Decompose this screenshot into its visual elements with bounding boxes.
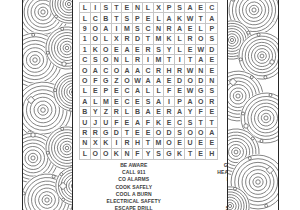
grid-cell-r13c4[interactable]: D xyxy=(112,128,123,138)
grid-cell-r14c9[interactable]: O xyxy=(164,138,175,148)
grid-cell-r1c1[interactable]: L xyxy=(80,3,91,13)
grid-cell-r14c6[interactable]: H xyxy=(133,138,144,148)
grid-cell-r5c1[interactable]: 1 xyxy=(80,45,91,55)
decorative-border-left xyxy=(22,0,73,210)
grid-cell-r2c11[interactable]: W xyxy=(185,13,196,23)
grid-cell-r8c10[interactable]: D xyxy=(175,76,186,86)
grid-cell-r2c9[interactable]: A xyxy=(164,13,175,23)
grid-cell-r6c13[interactable]: E xyxy=(206,55,217,65)
grid-cell-r11c3[interactable]: Z xyxy=(101,107,112,117)
grid-cell-r7c4[interactable]: O xyxy=(112,65,123,75)
grid-cell-r13c5[interactable]: T xyxy=(122,128,133,138)
grid-cell-r10c7[interactable]: S xyxy=(143,97,154,107)
grid-cell-r12c11[interactable]: S xyxy=(185,117,196,127)
word-list-item: COOL A BURN xyxy=(79,190,188,197)
grid-cell-r12c6[interactable]: A xyxy=(133,117,144,127)
grid-cell-r14c2[interactable]: X xyxy=(91,138,102,148)
grid-cell-r6c1[interactable]: C xyxy=(80,55,91,65)
grid-cell-r10c1[interactable]: A xyxy=(80,97,91,107)
grid-cell-r11c11[interactable]: Y xyxy=(185,107,196,117)
grid-cell-r13c6[interactable]: E xyxy=(133,128,144,138)
grid-cell-r13c1[interactable]: R xyxy=(80,128,91,138)
grid-cell-r9c4[interactable]: E xyxy=(112,86,123,96)
word-list-item: ESCAPE DRILL xyxy=(79,205,188,210)
grid-cell-r7c7[interactable]: C xyxy=(143,65,154,75)
word-list-item: CO ALARMS xyxy=(79,176,188,183)
decorative-border-right xyxy=(227,0,279,210)
grid-cell-r1c9[interactable]: P xyxy=(164,3,175,13)
grid-cell-r2c3[interactable]: B xyxy=(101,13,112,23)
grid-cell-r7c12[interactable]: N xyxy=(196,65,207,75)
grid-cell-r8c5[interactable]: O xyxy=(122,76,133,86)
grid-cell-r7c10[interactable]: R xyxy=(175,65,186,75)
grid-cell-r13c10[interactable]: S xyxy=(175,128,186,138)
word-list: BE AWARECALL 911CO ALARMSCOOK SAFELYCOOL… xyxy=(79,162,218,210)
grid-cell-r14c1[interactable]: N xyxy=(80,138,91,148)
grid-cell-r1c3[interactable]: S xyxy=(101,3,112,13)
word-list-item: COOK SAFELY xyxy=(79,183,188,190)
grid-cell-r9c3[interactable]: P xyxy=(101,86,112,96)
word-list-item: BE AWARE xyxy=(79,162,188,169)
grid-cell-r6c8[interactable]: M xyxy=(154,55,165,65)
grid-cell-r10c12[interactable]: O xyxy=(196,97,207,107)
grid-cell-r3c13[interactable]: P xyxy=(206,24,217,34)
grid-cell-r1c7[interactable]: L xyxy=(143,3,154,13)
grid-cell-r14c11[interactable]: U xyxy=(185,138,196,148)
grid-cell-r5c11[interactable]: E xyxy=(185,45,196,55)
grid-cell-r6c3[interactable]: O xyxy=(101,55,112,65)
word-list-column-left: BE AWARECALL 911CO ALARMSCOOK SAFELYCOOL… xyxy=(79,162,188,210)
grid-cell-r10c6[interactable]: E xyxy=(133,97,144,107)
grid-cell-r5c13[interactable]: D xyxy=(206,45,217,55)
grid-cell-r1c5[interactable]: E xyxy=(122,3,133,13)
grid-cell-r11c2[interactable]: Y xyxy=(91,107,102,117)
grid-cell-r14c4[interactable]: I xyxy=(112,138,123,148)
grid-cell-r14c3[interactable]: K xyxy=(101,138,112,148)
grid-cell-r2c6[interactable]: P xyxy=(133,13,144,23)
grid-cell-r4c2[interactable]: O xyxy=(91,34,102,44)
grid-cell-r6c9[interactable]: T xyxy=(164,55,175,65)
grid-cell-r10c9[interactable]: I xyxy=(164,97,175,107)
grid-cell-r14c7[interactable]: T xyxy=(143,138,154,148)
grid-cell-r3c10[interactable]: A xyxy=(175,24,186,34)
grid-cell-r9c7[interactable]: L xyxy=(143,86,154,96)
grid-cell-r6c10[interactable]: I xyxy=(175,55,186,65)
grid-cell-r15c5[interactable]: N xyxy=(122,149,133,159)
grid-cell-r3c1[interactable]: 9 xyxy=(80,24,91,34)
grid-cell-r8c9[interactable]: E xyxy=(164,76,175,86)
grid-cell-r8c4[interactable]: Z xyxy=(112,76,123,86)
grid-cell-r12c13[interactable]: T xyxy=(206,117,217,127)
grid-cell-r11c10[interactable]: A xyxy=(175,107,186,117)
grid-cell-r11c12[interactable]: F xyxy=(196,107,207,117)
grid-cell-r15c4[interactable]: K xyxy=(112,149,123,159)
grid-cell-r7c1[interactable]: O xyxy=(80,65,91,75)
grid-cell-r10c8[interactable]: A xyxy=(154,97,165,107)
grid-cell-r7c6[interactable]: A xyxy=(133,65,144,75)
grid-cell-r4c7[interactable]: T xyxy=(143,34,154,44)
word-list-item: ELECTRICAL SAFETY xyxy=(79,198,188,205)
grid-cell-r11c4[interactable]: R xyxy=(112,107,123,117)
grid-cell-r1c2[interactable]: I xyxy=(91,3,102,13)
word-list-item: CALL 911 xyxy=(79,169,188,176)
grid-cell-r11c8[interactable]: E xyxy=(154,107,165,117)
grid-cell-r8c3[interactable]: G xyxy=(101,76,112,86)
grid-cell-r11c7[interactable]: A xyxy=(143,107,154,117)
grid-cell-r3c7[interactable]: C xyxy=(143,24,154,34)
grid-cell-r5c6[interactable]: E xyxy=(133,45,144,55)
grid-cell-r8c13[interactable]: N xyxy=(206,76,217,86)
grid-cell-r12c7[interactable]: F xyxy=(143,117,154,127)
grid-cell-r15c7[interactable]: Y xyxy=(143,149,154,159)
grid-cell-r12c12[interactable]: T xyxy=(196,117,207,127)
grid-cell-r1c8[interactable]: X xyxy=(154,3,165,13)
grid-cell-r13c11[interactable]: O xyxy=(185,128,196,138)
grid-cell-r9c2[interactable]: E xyxy=(91,86,102,96)
grid-cell-r8c6[interactable]: W xyxy=(133,76,144,86)
grid-cell-r9c6[interactable]: A xyxy=(133,86,144,96)
grid-cell-r10c13[interactable]: R xyxy=(206,97,217,107)
grid-cell-r4c13[interactable]: S xyxy=(206,34,217,44)
grid-cell-r7c9[interactable]: H xyxy=(164,65,175,75)
grid-cell-r15c8[interactable]: S xyxy=(154,149,165,159)
grid-cell-r4c11[interactable]: R xyxy=(185,34,196,44)
mandala-pattern-icon xyxy=(23,0,72,210)
grid-cell-r9c11[interactable]: W xyxy=(185,86,196,96)
grid-cell-r5c8[interactable]: S xyxy=(154,45,165,55)
grid-cell-r12c4[interactable]: F xyxy=(112,117,123,127)
grid-cell-r7c5[interactable]: A xyxy=(122,65,133,75)
grid-cell-r2c2[interactable]: C xyxy=(91,13,102,23)
grid-cell-r8c2[interactable]: F xyxy=(91,76,102,86)
grid-cell-r5c10[interactable]: L xyxy=(175,45,186,55)
grid-cell-r7c8[interactable]: R xyxy=(154,65,165,75)
grid-cell-r2c1[interactable]: L xyxy=(80,13,91,23)
grid-cell-r7c2[interactable]: A xyxy=(91,65,102,75)
grid-cell-r11c1[interactable]: B xyxy=(80,107,91,117)
grid-cell-r5c12[interactable]: W xyxy=(196,45,207,55)
grid-cell-r3c8[interactable]: N xyxy=(154,24,165,34)
grid-cell-r13c8[interactable]: O xyxy=(154,128,165,138)
grid-cell-r11c6[interactable]: B xyxy=(133,107,144,117)
grid-cell-r3c9[interactable]: R xyxy=(164,24,175,34)
grid-cell-r6c11[interactable]: T xyxy=(185,55,196,65)
grid-cell-r1c4[interactable]: T xyxy=(112,3,123,13)
grid-cell-r3c11[interactable]: E xyxy=(185,24,196,34)
grid-cell-r1c11[interactable]: A xyxy=(185,3,196,13)
grid-cell-r2c12[interactable]: T xyxy=(196,13,207,23)
grid-cell-r14c10[interactable]: E xyxy=(175,138,186,148)
grid-cell-r3c3[interactable]: A xyxy=(101,24,112,34)
grid-cell-r10c3[interactable]: M xyxy=(101,97,112,107)
grid-cell-r2c13[interactable]: A xyxy=(206,13,217,23)
grid-cell-r9c13[interactable]: S xyxy=(206,86,217,96)
grid-cell-r3c2[interactable]: O xyxy=(91,24,102,34)
grid-cell-r4c5[interactable]: R xyxy=(122,34,133,44)
grid-cell-r8c1[interactable]: O xyxy=(80,76,91,86)
grid-cell-r2c4[interactable]: T xyxy=(112,13,123,23)
grid-cell-r1c6[interactable]: N xyxy=(133,3,144,13)
grid-cell-r13c12[interactable]: O xyxy=(196,128,207,138)
grid-cell-r9c12[interactable]: G xyxy=(196,86,207,96)
grid-cell-r1c12[interactable]: E xyxy=(196,3,207,13)
grid-cell-r2c5[interactable]: S xyxy=(122,13,133,23)
grid-cell-r13c2[interactable]: R xyxy=(91,128,102,138)
grid-cell-r2c8[interactable]: L xyxy=(154,13,165,23)
grid-cell-r11c9[interactable]: R xyxy=(164,107,175,117)
grid-cell-r10c5[interactable]: C xyxy=(122,97,133,107)
word-search-grid: LISTENLXPSAECLCBTSPELAKWTA9OAIMSCNRAELP1… xyxy=(79,2,218,160)
grid-cell-r11c5[interactable]: L xyxy=(122,107,133,117)
grid-cell-r15c10[interactable]: K xyxy=(175,149,186,159)
word-search-page: LISTENLXPSAECLCBTSPELAKWTA9OAIMSCNRAELP1… xyxy=(0,0,300,210)
grid-cell-r6c4[interactable]: N xyxy=(112,55,123,65)
grid-cell-r3c12[interactable]: L xyxy=(196,24,207,34)
grid-cell-r13c7[interactable]: E xyxy=(143,128,154,138)
grid-cell-r7c13[interactable]: E xyxy=(206,65,217,75)
grid-cell-r3c5[interactable]: M xyxy=(122,24,133,34)
grid-cell-r10c10[interactable]: P xyxy=(175,97,186,107)
grid-cell-r13c3[interactable]: G xyxy=(101,128,112,138)
grid-cell-r4c6[interactable]: D xyxy=(133,34,144,44)
grid-cell-r14c8[interactable]: M xyxy=(154,138,165,148)
grid-cell-r5c4[interactable]: E xyxy=(112,45,123,55)
grid-cell-r9c10[interactable]: E xyxy=(175,86,186,96)
grid-cell-r9c1[interactable]: L xyxy=(80,86,91,96)
grid-cell-r6c2[interactable]: S xyxy=(91,55,102,65)
grid-cell-r2c7[interactable]: E xyxy=(143,13,154,23)
grid-cell-r5c5[interactable]: A xyxy=(122,45,133,55)
grid-cell-r10c4[interactable]: E xyxy=(112,97,123,107)
grid-cell-r12c2[interactable]: J xyxy=(91,117,102,127)
grid-cell-r4c3[interactable]: L xyxy=(101,34,112,44)
grid-cell-r5c3[interactable]: O xyxy=(101,45,112,55)
grid-cell-r4c4[interactable]: X xyxy=(112,34,123,44)
grid-cell-r15c12[interactable]: E xyxy=(196,149,207,159)
grid-cell-r6c5[interactable]: L xyxy=(122,55,133,65)
grid-cell-r8c12[interactable]: D xyxy=(196,76,207,86)
grid-cell-r15c1[interactable]: L xyxy=(80,149,91,159)
grid-cell-r9c8[interactable]: L xyxy=(154,86,165,96)
grid-cell-r6c7[interactable]: I xyxy=(143,55,154,65)
grid-cell-r4c9[interactable]: K xyxy=(164,34,175,44)
grid-cell-r14c5[interactable]: R xyxy=(122,138,133,148)
grid-cell-r1c13[interactable]: C xyxy=(206,3,217,13)
grid-cell-r12c9[interactable]: E xyxy=(164,117,175,127)
grid-cell-r14c12[interactable]: E xyxy=(196,138,207,148)
grid-cell-r12c1[interactable]: U xyxy=(80,117,91,127)
grid-cell-r12c8[interactable]: K xyxy=(154,117,165,127)
grid-cell-r15c11[interactable]: T xyxy=(185,149,196,159)
grid-cell-r8c11[interactable]: O xyxy=(185,76,196,86)
grid-cell-r12c5[interactable]: E xyxy=(122,117,133,127)
grid-cell-r11c13[interactable]: E xyxy=(206,107,217,117)
grid-cell-r6c6[interactable]: R xyxy=(133,55,144,65)
grid-cell-r6c12[interactable]: A xyxy=(196,55,207,65)
grid-cell-r3c6[interactable]: S xyxy=(133,24,144,34)
grid-cell-r4c10[interactable]: L xyxy=(175,34,186,44)
grid-cell-r4c1[interactable]: 1 xyxy=(80,34,91,44)
grid-cell-r15c13[interactable]: H xyxy=(206,149,217,159)
grid-cell-r13c9[interactable]: D xyxy=(164,128,175,138)
grid-cell-r9c9[interactable]: F xyxy=(164,86,175,96)
grid-cell-r5c7[interactable]: R xyxy=(143,45,154,55)
grid-cell-r4c12[interactable]: O xyxy=(196,34,207,44)
grid-cell-r15c9[interactable]: G xyxy=(164,149,175,159)
grid-cell-r8c7[interactable]: A xyxy=(143,76,154,86)
grid-cell-r2c10[interactable]: K xyxy=(175,13,186,23)
grid-cell-r15c2[interactable]: O xyxy=(91,149,102,159)
grid-cell-r10c2[interactable]: L xyxy=(91,97,102,107)
grid-cell-r8c8[interactable]: A xyxy=(154,76,165,86)
grid-cell-r4c8[interactable]: M xyxy=(154,34,165,44)
grid-cell-r15c6[interactable]: F xyxy=(133,149,144,159)
grid-cell-r9c5[interactable]: C xyxy=(122,86,133,96)
grid-cell-r10c11[interactable]: A xyxy=(185,97,196,107)
grid-cell-r13c13[interactable]: A xyxy=(206,128,217,138)
grid-cell-r12c3[interactable]: U xyxy=(101,117,112,127)
grid-cell-r5c9[interactable]: Y xyxy=(164,45,175,55)
grid-cell-r12c10[interactable]: C xyxy=(175,117,186,127)
grid-cell-r15c3[interactable]: O xyxy=(101,149,112,159)
grid-cell-r5c2[interactable]: K xyxy=(91,45,102,55)
mandala-pattern-icon xyxy=(228,0,278,210)
grid-cell-r7c3[interactable]: C xyxy=(101,65,112,75)
grid-cell-r1c10[interactable]: S xyxy=(175,3,186,13)
grid-cell-r14c13[interactable]: E xyxy=(206,138,217,148)
grid-cell-r7c11[interactable]: W xyxy=(185,65,196,75)
grid-cell-r3c4[interactable]: I xyxy=(112,24,123,34)
